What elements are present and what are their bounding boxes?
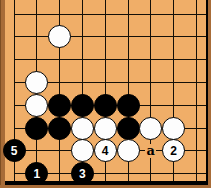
go-diagram: 54213a: [0, 0, 211, 188]
board-wood-edge-left: [0, 0, 5, 188]
grid-line-horizontal: [14, 14, 208, 15]
stone-white[interactable]: [94, 117, 117, 140]
stone-black-5[interactable]: 5: [3, 139, 26, 162]
board-wood-edge-right: [208, 0, 211, 188]
point-label-a[interactable]: a: [145, 144, 156, 158]
stone-white[interactable]: [25, 71, 48, 94]
stone-black-3[interactable]: 3: [71, 162, 94, 185]
stone-black[interactable]: [48, 94, 71, 117]
stone-black[interactable]: [94, 94, 117, 117]
stone-white[interactable]: [71, 139, 94, 162]
stone-white-4[interactable]: 4: [94, 139, 117, 162]
stone-white[interactable]: [25, 94, 48, 117]
stone-white[interactable]: [48, 25, 71, 48]
stone-black[interactable]: [117, 117, 140, 140]
grid-line-vertical: [196, 0, 197, 184]
go-board[interactable]: 54213a: [0, 0, 211, 188]
grid-line-horizontal: [14, 36, 208, 37]
grid-line-horizontal: [14, 59, 208, 60]
stone-black[interactable]: [71, 94, 94, 117]
stone-black[interactable]: [48, 117, 71, 140]
board-wood-edge-bottom: [0, 185, 211, 189]
stone-white[interactable]: [71, 117, 94, 140]
stone-white[interactable]: [117, 139, 140, 162]
stone-white[interactable]: [139, 117, 162, 140]
stone-white-2[interactable]: 2: [162, 139, 185, 162]
stone-white[interactable]: [162, 117, 185, 140]
stone-black[interactable]: [117, 94, 140, 117]
stone-black[interactable]: [25, 117, 48, 140]
